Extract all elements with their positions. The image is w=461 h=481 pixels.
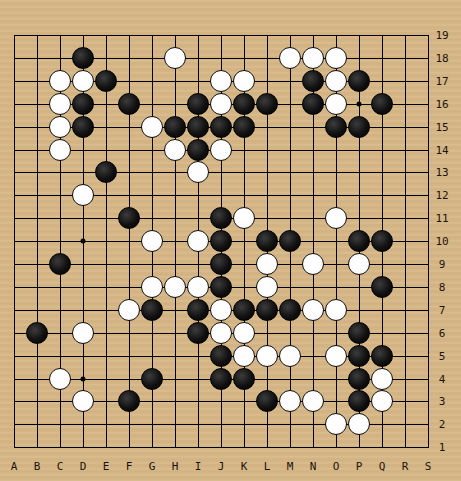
- black-stone: [348, 368, 370, 390]
- black-stone: [210, 116, 232, 138]
- star-point: [81, 239, 86, 244]
- black-stone: [72, 47, 94, 69]
- white-stone: [164, 47, 186, 69]
- black-stone: [187, 322, 209, 344]
- column-label: K: [241, 460, 248, 473]
- row-label: 18: [435, 51, 448, 64]
- black-stone: [348, 322, 370, 344]
- white-stone: [49, 93, 71, 115]
- row-label: 13: [435, 166, 448, 179]
- row-label: 8: [439, 280, 446, 293]
- white-stone: [118, 299, 140, 321]
- black-stone: [210, 207, 232, 229]
- black-stone: [256, 390, 278, 412]
- row-label: 10: [435, 235, 448, 248]
- column-label: N: [310, 460, 317, 473]
- black-stone: [187, 299, 209, 321]
- column-label: A: [11, 460, 18, 473]
- column-label: F: [126, 460, 133, 473]
- black-stone: [233, 299, 255, 321]
- white-stone: [164, 276, 186, 298]
- white-stone: [187, 230, 209, 252]
- row-label: 1: [439, 441, 446, 454]
- grid-line-vertical: [428, 35, 429, 448]
- black-stone: [348, 390, 370, 412]
- black-stone: [348, 116, 370, 138]
- black-stone: [302, 70, 324, 92]
- column-label: I: [195, 460, 202, 473]
- go-client-screen: ABCDEFGHIJKLMNOPQRS191817161514131211109…: [0, 0, 461, 481]
- white-stone: [325, 207, 347, 229]
- white-stone: [210, 299, 232, 321]
- black-stone: [187, 139, 209, 161]
- black-stone: [279, 230, 301, 252]
- row-label: 5: [439, 349, 446, 362]
- column-label: L: [264, 460, 271, 473]
- go-board[interactable]: ABCDEFGHIJKLMNOPQRS191817161514131211109…: [0, 0, 461, 481]
- black-stone: [72, 93, 94, 115]
- white-stone: [72, 322, 94, 344]
- row-label: 4: [439, 372, 446, 385]
- black-stone: [141, 368, 163, 390]
- white-stone: [72, 390, 94, 412]
- white-stone: [371, 368, 393, 390]
- white-stone: [325, 345, 347, 367]
- column-label: S: [425, 460, 432, 473]
- black-stone: [118, 390, 140, 412]
- row-label: 15: [435, 120, 448, 133]
- row-label: 12: [435, 189, 448, 202]
- white-stone: [210, 139, 232, 161]
- black-stone: [95, 70, 117, 92]
- row-label: 6: [439, 326, 446, 339]
- white-stone: [325, 47, 347, 69]
- white-stone: [371, 390, 393, 412]
- row-label: 3: [439, 395, 446, 408]
- black-stone: [187, 116, 209, 138]
- white-stone: [279, 47, 301, 69]
- white-stone: [187, 161, 209, 183]
- white-stone: [49, 368, 71, 390]
- white-stone: [302, 47, 324, 69]
- black-stone: [302, 93, 324, 115]
- white-stone: [256, 253, 278, 275]
- white-stone: [233, 70, 255, 92]
- black-stone: [210, 253, 232, 275]
- column-label: Q: [379, 460, 386, 473]
- row-label: 17: [435, 74, 448, 87]
- black-stone: [210, 368, 232, 390]
- black-stone: [49, 253, 71, 275]
- grid-line-vertical: [405, 35, 406, 448]
- black-stone: [256, 299, 278, 321]
- black-stone: [187, 93, 209, 115]
- white-stone: [187, 276, 209, 298]
- white-stone: [49, 116, 71, 138]
- white-stone: [49, 139, 71, 161]
- row-label: 7: [439, 303, 446, 316]
- column-label: O: [333, 460, 340, 473]
- black-stone: [279, 299, 301, 321]
- black-stone: [348, 230, 370, 252]
- white-stone: [72, 184, 94, 206]
- column-label: E: [103, 460, 110, 473]
- white-stone: [164, 139, 186, 161]
- row-label: 11: [435, 212, 448, 225]
- white-stone: [141, 230, 163, 252]
- white-stone: [325, 93, 347, 115]
- row-label: 9: [439, 258, 446, 271]
- row-label: 19: [435, 29, 448, 42]
- white-stone: [302, 299, 324, 321]
- white-stone: [141, 116, 163, 138]
- black-stone: [348, 345, 370, 367]
- row-label: 2: [439, 418, 446, 431]
- black-stone: [371, 276, 393, 298]
- black-stone: [371, 93, 393, 115]
- white-stone: [72, 70, 94, 92]
- white-stone: [279, 390, 301, 412]
- row-label: 16: [435, 97, 448, 110]
- black-stone: [325, 116, 347, 138]
- black-stone: [233, 93, 255, 115]
- white-stone: [233, 322, 255, 344]
- black-stone: [210, 345, 232, 367]
- star-point: [357, 101, 362, 106]
- column-label: H: [172, 460, 179, 473]
- column-label: C: [57, 460, 64, 473]
- white-stone: [348, 413, 370, 435]
- white-stone: [302, 390, 324, 412]
- white-stone: [49, 70, 71, 92]
- column-label: B: [34, 460, 41, 473]
- white-stone: [302, 253, 324, 275]
- column-label: J: [218, 460, 225, 473]
- white-stone: [210, 93, 232, 115]
- column-label: D: [80, 460, 87, 473]
- white-stone: [256, 345, 278, 367]
- white-stone: [325, 70, 347, 92]
- black-stone: [210, 276, 232, 298]
- row-label: 14: [435, 143, 448, 156]
- star-point: [81, 376, 86, 381]
- white-stone: [141, 276, 163, 298]
- black-stone: [164, 116, 186, 138]
- black-stone: [256, 230, 278, 252]
- black-stone: [210, 230, 232, 252]
- column-label: P: [356, 460, 363, 473]
- black-stone: [141, 299, 163, 321]
- white-stone: [279, 345, 301, 367]
- white-stone: [348, 253, 370, 275]
- column-label: G: [149, 460, 156, 473]
- black-stone: [72, 116, 94, 138]
- grid-line-horizontal: [14, 447, 429, 448]
- column-label: M: [287, 460, 294, 473]
- black-stone: [118, 93, 140, 115]
- white-stone: [325, 299, 347, 321]
- black-stone: [233, 368, 255, 390]
- black-stone: [256, 93, 278, 115]
- white-stone: [233, 345, 255, 367]
- black-stone: [348, 70, 370, 92]
- black-stone: [95, 161, 117, 183]
- black-stone: [118, 207, 140, 229]
- black-stone: [26, 322, 48, 344]
- white-stone: [325, 413, 347, 435]
- white-stone: [256, 276, 278, 298]
- white-stone: [233, 207, 255, 229]
- black-stone: [371, 345, 393, 367]
- black-stone: [233, 116, 255, 138]
- black-stone: [371, 230, 393, 252]
- column-label: R: [402, 460, 409, 473]
- white-stone: [210, 322, 232, 344]
- white-stone: [210, 70, 232, 92]
